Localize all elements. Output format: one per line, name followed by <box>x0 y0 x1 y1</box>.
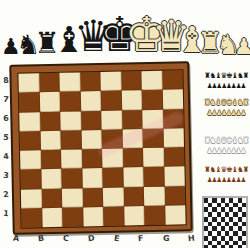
square-h7[interactable] <box>162 90 183 110</box>
square-b4[interactable] <box>41 150 62 170</box>
top-piece-row: ♟ ♞ ♜ ♝ ♛ ♚ ♚ ♛ ♝ ♜ ♞ ♟ <box>0 0 250 58</box>
square-c3[interactable] <box>61 169 82 189</box>
white-pawn-piece[interactable]: ♟ <box>234 36 249 58</box>
square-a2[interactable] <box>21 189 42 209</box>
square-g2[interactable] <box>144 186 165 206</box>
black-king-piece[interactable]: ♚ <box>98 10 125 58</box>
square-g4[interactable] <box>143 148 164 168</box>
square-b7[interactable] <box>39 92 60 112</box>
mini-set-tan-back-row: ♜♞♝♛♚♝♞♜ <box>203 97 249 109</box>
mini-set-brown-back-row: ♜♞♝♛♚♝♞♜ <box>203 164 249 176</box>
file-label-b: B <box>38 234 45 244</box>
square-h2[interactable] <box>164 186 185 206</box>
square-f3[interactable] <box>123 167 144 187</box>
square-h1[interactable] <box>165 205 186 225</box>
black-rook-piece[interactable]: ♜ <box>34 29 53 58</box>
square-g3[interactable] <box>143 167 164 187</box>
square-b3[interactable] <box>41 169 62 189</box>
square-f7[interactable] <box>121 90 142 110</box>
square-e6[interactable] <box>101 110 122 130</box>
square-e3[interactable] <box>102 168 123 188</box>
mini-set-brown-pawn-row: ♟♟♟♟♟♟♟♟ <box>203 176 249 185</box>
mini-set-white: ♜♞♝♛♚♝♞♜ ♟♟♟♟♟♟♟♟ <box>203 135 249 156</box>
square-a5[interactable] <box>20 131 41 151</box>
mini-set-brown: ♜♞♝♛♚♝♞♜ ♟♟♟♟♟♟♟♟ <box>203 164 249 185</box>
square-d6[interactable] <box>81 110 102 130</box>
square-b5[interactable] <box>40 131 61 151</box>
square-a8[interactable] <box>18 73 39 93</box>
white-bishop-piece[interactable]: ♝ <box>176 22 197 58</box>
file-label-g: G <box>162 234 170 244</box>
square-e8[interactable] <box>100 72 121 92</box>
file-label-d: D <box>88 234 96 244</box>
rank-label-2: 2 <box>1 190 12 200</box>
square-d3[interactable] <box>82 168 103 188</box>
black-queen-piece[interactable]: ♛ <box>74 15 98 58</box>
square-a1[interactable] <box>21 208 42 228</box>
square-c6[interactable] <box>60 111 81 131</box>
square-d2[interactable] <box>82 187 103 207</box>
square-c4[interactable] <box>61 149 82 169</box>
mini-set-tan-pawn-row: ♟♟♟♟♟♟♟♟ <box>203 109 249 118</box>
square-f8[interactable] <box>121 71 142 91</box>
square-a3[interactable] <box>20 170 41 190</box>
white-queen-piece[interactable]: ♛ <box>152 15 176 58</box>
file-label-a: A <box>12 234 19 244</box>
white-king-piece[interactable]: ♚ <box>125 10 152 58</box>
square-g7[interactable] <box>142 90 163 110</box>
mini-checkerboard-grid <box>204 198 246 248</box>
square-c5[interactable] <box>61 130 82 150</box>
square-e7[interactable] <box>101 91 122 111</box>
file-label-c: C <box>63 234 70 244</box>
mini-set-black-pawn-row: ♟♟♟♟♟♟♟♟ <box>203 82 249 91</box>
square-f4[interactable] <box>123 148 144 168</box>
mini-set-tan: ♜♞♝♛♚♝♞♜ ♟♟♟♟♟♟♟♟ <box>203 97 249 118</box>
square-c7[interactable] <box>60 92 81 112</box>
white-knight-piece[interactable]: ♞ <box>216 31 234 58</box>
square-c1[interactable] <box>62 207 83 227</box>
square-h8[interactable] <box>162 70 183 90</box>
square-f2[interactable] <box>123 187 144 207</box>
mini-set-black-back-row: ♜♞♝♛♚♝♞♜ <box>203 70 249 82</box>
square-e1[interactable] <box>103 206 124 226</box>
black-bishop-piece[interactable]: ♝ <box>53 22 74 58</box>
square-e2[interactable] <box>103 187 124 207</box>
square-h4[interactable] <box>164 147 185 167</box>
square-b6[interactable] <box>40 111 61 131</box>
mini-set-white-pawn-row: ♟♟♟♟♟♟♟♟ <box>203 147 249 156</box>
square-c2[interactable] <box>62 188 83 208</box>
mini-set-white-back-row: ♜♞♝♛♚♝♞♜ <box>203 135 249 147</box>
square-h5[interactable] <box>163 128 184 148</box>
file-labels: A B C D E F G H <box>13 234 195 243</box>
rank-label-1: 1 <box>1 209 12 219</box>
square-b8[interactable] <box>39 73 60 93</box>
mini-checkerboard <box>202 196 248 248</box>
square-g8[interactable] <box>141 71 162 91</box>
square-a4[interactable] <box>20 150 41 170</box>
square-a6[interactable] <box>19 112 40 132</box>
square-a7[interactable] <box>19 93 40 113</box>
square-d1[interactable] <box>83 207 104 227</box>
file-label-f: F <box>138 234 144 244</box>
black-knight-piece[interactable]: ♞ <box>16 31 34 58</box>
square-f1[interactable] <box>124 206 145 226</box>
square-d8[interactable] <box>80 72 101 92</box>
rank-label-4: 4 <box>1 152 12 162</box>
square-c8[interactable] <box>59 72 80 92</box>
square-h3[interactable] <box>164 167 185 187</box>
square-d7[interactable] <box>80 91 101 111</box>
square-b1[interactable] <box>42 208 63 228</box>
square-b2[interactable] <box>41 188 62 208</box>
file-label-e: E <box>113 234 120 244</box>
white-rook-piece[interactable]: ♜ <box>197 29 216 58</box>
rank-label-3: 3 <box>1 171 12 181</box>
black-pawn-piece[interactable]: ♟ <box>1 36 16 58</box>
square-g1[interactable] <box>144 205 165 225</box>
mini-set-black: ♜♞♝♛♚♝♞♜ ♟♟♟♟♟♟♟♟ <box>203 70 249 91</box>
file-label-h: H <box>188 234 196 244</box>
chess-clipart-canvas: ♟ ♞ ♜ ♝ ♛ ♚ ♚ ♛ ♝ ♜ ♞ ♟ 8 7 6 5 4 3 2 1 … <box>0 0 250 248</box>
square-f6[interactable] <box>122 110 143 130</box>
